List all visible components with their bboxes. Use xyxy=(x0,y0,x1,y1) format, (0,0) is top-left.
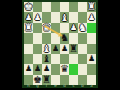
square-c3[interactable]: ♟ xyxy=(69,23,78,33)
file-label: e xyxy=(51,84,60,88)
square-g3[interactable] xyxy=(33,23,42,33)
square-b1[interactable] xyxy=(78,2,87,12)
square-f4[interactable] xyxy=(42,33,51,43)
black-pawn[interactable]: ♟ xyxy=(34,65,41,73)
white-knight[interactable]: ♞ xyxy=(78,23,87,33)
square-e7[interactable] xyxy=(51,64,60,74)
square-a1[interactable]: ♜ xyxy=(87,2,96,12)
square-d5[interactable]: ♟ xyxy=(60,44,69,54)
file-label: g xyxy=(33,84,42,88)
square-d7[interactable]: ♛ xyxy=(60,64,69,74)
white-king[interactable]: ♚ xyxy=(24,2,33,12)
black-pawn[interactable]: ♟ xyxy=(61,45,68,53)
square-c1[interactable] xyxy=(69,2,78,12)
square-h1[interactable]: ♚ xyxy=(24,2,33,12)
square-h3[interactable]: ♜ xyxy=(24,23,33,33)
square-e5[interactable]: ♟ xyxy=(51,44,60,54)
square-g1[interactable] xyxy=(33,2,42,12)
square-a4[interactable] xyxy=(87,33,96,43)
square-a5[interactable] xyxy=(87,44,96,54)
square-g2[interactable]: ♟ xyxy=(33,12,42,22)
square-g5[interactable] xyxy=(33,44,42,54)
file-label: f xyxy=(42,84,51,88)
square-d4[interactable]: ♞ xyxy=(60,33,69,43)
square-e6[interactable] xyxy=(51,54,60,64)
square-e3[interactable] xyxy=(51,23,60,33)
square-g4[interactable] xyxy=(33,33,42,43)
file-label: d xyxy=(60,84,69,88)
square-b3[interactable]: ♞ xyxy=(78,23,87,33)
square-f1[interactable] xyxy=(42,2,51,12)
file-label: h xyxy=(24,84,33,88)
square-c2[interactable] xyxy=(69,12,78,22)
file-label: b xyxy=(78,84,87,88)
square-a2[interactable]: ♟ xyxy=(87,12,96,22)
file-coordinates: hgfedcba xyxy=(24,84,96,88)
square-f6[interactable]: ♝ xyxy=(42,54,51,64)
black-pawn[interactable]: ♟ xyxy=(43,65,50,73)
black-knight[interactable]: ♞ xyxy=(60,33,69,43)
black-queen[interactable]: ♛ xyxy=(60,64,69,74)
square-f3[interactable]: ♛ xyxy=(42,23,51,33)
square-h7[interactable]: ♟ xyxy=(24,64,33,74)
black-rook[interactable]: ♜ xyxy=(69,44,78,54)
square-c7[interactable] xyxy=(69,64,78,74)
square-c6[interactable] xyxy=(69,54,78,64)
board-frame: ♚♜♟♟♝♟♜♛♟♞♞♝♟♟♜♝♟♟♟♟♛♚♜ hgfedcba xyxy=(22,0,98,88)
square-h5[interactable] xyxy=(24,44,33,54)
square-c5[interactable]: ♜ xyxy=(69,44,78,54)
square-e4[interactable] xyxy=(51,33,60,43)
white-pawn[interactable]: ♟ xyxy=(25,14,32,22)
square-b6[interactable] xyxy=(78,54,87,64)
chess-board[interactable]: ♚♜♟♟♝♟♜♛♟♞♞♝♟♟♜♝♟♟♟♟♛♚♜ xyxy=(24,2,96,85)
white-rook[interactable]: ♜ xyxy=(87,2,96,12)
square-a6[interactable]: ♟ xyxy=(87,54,96,64)
square-d1[interactable] xyxy=(60,2,69,12)
white-queen[interactable]: ♛ xyxy=(42,23,51,33)
black-pawn[interactable]: ♟ xyxy=(88,55,95,63)
black-pawn[interactable]: ♟ xyxy=(52,45,59,53)
square-g6[interactable] xyxy=(33,54,42,64)
black-pawn[interactable]: ♟ xyxy=(25,65,32,73)
file-label: c xyxy=(69,84,78,88)
white-pawn[interactable]: ♟ xyxy=(34,14,41,22)
square-a7[interactable] xyxy=(87,64,96,74)
square-h6[interactable] xyxy=(24,54,33,64)
square-b7[interactable] xyxy=(78,64,87,74)
square-d2[interactable]: ♝ xyxy=(60,12,69,22)
white-rook[interactable]: ♜ xyxy=(24,23,33,33)
white-pawn[interactable]: ♟ xyxy=(70,24,77,32)
square-c4[interactable] xyxy=(69,33,78,43)
square-e2[interactable] xyxy=(51,12,60,22)
square-b4[interactable] xyxy=(78,33,87,43)
square-a3[interactable] xyxy=(87,23,96,33)
white-pawn[interactable]: ♟ xyxy=(88,14,95,22)
black-bishop[interactable]: ♝ xyxy=(42,54,51,64)
square-b5[interactable] xyxy=(78,44,87,54)
square-e1[interactable] xyxy=(51,2,60,12)
thumbnail-screen: ♚♜♟♟♝♟♜♛♟♞♞♝♟♟♜♝♟♟♟♟♛♚♜ hgfedcba xyxy=(0,0,120,90)
square-h4[interactable] xyxy=(24,33,33,43)
white-bishop[interactable]: ♝ xyxy=(60,13,69,23)
file-label: a xyxy=(87,84,96,88)
